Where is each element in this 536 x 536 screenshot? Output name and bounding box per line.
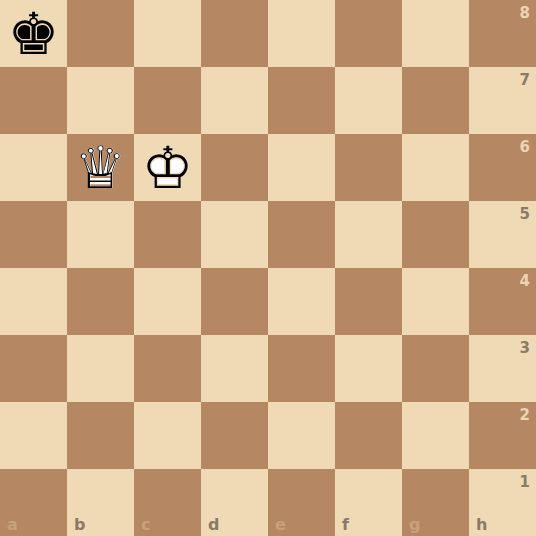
square-a2[interactable] — [0, 402, 67, 469]
white-king-outline: ♔ — [134, 134, 201, 201]
square-d7[interactable] — [201, 67, 268, 134]
rank-label-7: 7 — [520, 71, 530, 89]
square-c5[interactable] — [134, 201, 201, 268]
square-f8[interactable] — [335, 0, 402, 67]
file-label-c: c — [141, 515, 150, 534]
chess-board: ♚87♛♕♚♔65432abcdefgh1 — [0, 0, 536, 536]
square-c7[interactable] — [134, 67, 201, 134]
square-h5[interactable]: 5 — [469, 201, 536, 268]
square-h7[interactable]: 7 — [469, 67, 536, 134]
square-h4[interactable]: 4 — [469, 268, 536, 335]
square-b1[interactable]: b — [67, 469, 134, 536]
square-d4[interactable] — [201, 268, 268, 335]
square-g7[interactable] — [402, 67, 469, 134]
file-label-e: e — [275, 515, 286, 534]
white-queen-outline: ♕ — [67, 134, 134, 201]
square-d2[interactable] — [201, 402, 268, 469]
file-label-g: g — [409, 515, 420, 534]
square-e5[interactable] — [268, 201, 335, 268]
rank-label-1: 1 — [520, 473, 530, 491]
file-label-d: d — [208, 515, 219, 534]
square-h3[interactable]: 3 — [469, 335, 536, 402]
square-h1[interactable]: h1 — [469, 469, 536, 536]
square-d6[interactable] — [201, 134, 268, 201]
square-c6[interactable]: ♚♔ — [134, 134, 201, 201]
square-d8[interactable] — [201, 0, 268, 67]
square-g2[interactable] — [402, 402, 469, 469]
square-e1[interactable]: e — [268, 469, 335, 536]
rank-label-2: 2 — [520, 406, 530, 424]
piece-white-queen[interactable]: ♛♕ — [67, 134, 134, 201]
square-f3[interactable] — [335, 335, 402, 402]
square-a1[interactable]: a — [0, 469, 67, 536]
square-e6[interactable] — [268, 134, 335, 201]
square-e4[interactable] — [268, 268, 335, 335]
square-g1[interactable]: g — [402, 469, 469, 536]
square-a8[interactable]: ♚ — [0, 0, 67, 67]
piece-black-king[interactable]: ♚ — [0, 0, 67, 67]
square-a6[interactable] — [0, 134, 67, 201]
square-b5[interactable] — [67, 201, 134, 268]
square-d3[interactable] — [201, 335, 268, 402]
square-g3[interactable] — [402, 335, 469, 402]
rank-label-5: 5 — [520, 205, 530, 223]
square-c8[interactable] — [134, 0, 201, 67]
piece-white-king[interactable]: ♚♔ — [134, 134, 201, 201]
square-c3[interactable] — [134, 335, 201, 402]
square-h2[interactable]: 2 — [469, 402, 536, 469]
rank-label-6: 6 — [520, 138, 530, 156]
square-g6[interactable] — [402, 134, 469, 201]
square-b3[interactable] — [67, 335, 134, 402]
square-f5[interactable] — [335, 201, 402, 268]
rank-label-3: 3 — [520, 339, 530, 357]
file-label-h: h — [476, 515, 487, 534]
square-b8[interactable] — [67, 0, 134, 67]
square-a4[interactable] — [0, 268, 67, 335]
square-f2[interactable] — [335, 402, 402, 469]
square-b7[interactable] — [67, 67, 134, 134]
rank-label-4: 4 — [520, 272, 530, 290]
square-f7[interactable] — [335, 67, 402, 134]
square-h6[interactable]: 6 — [469, 134, 536, 201]
square-a3[interactable] — [0, 335, 67, 402]
square-e3[interactable] — [268, 335, 335, 402]
square-a5[interactable] — [0, 201, 67, 268]
square-e8[interactable] — [268, 0, 335, 67]
square-b2[interactable] — [67, 402, 134, 469]
square-h8[interactable]: 8 — [469, 0, 536, 67]
file-label-a: a — [7, 515, 18, 534]
square-e7[interactable] — [268, 67, 335, 134]
square-a7[interactable] — [0, 67, 67, 134]
square-d1[interactable]: d — [201, 469, 268, 536]
square-d5[interactable] — [201, 201, 268, 268]
square-c1[interactable]: c — [134, 469, 201, 536]
square-g5[interactable] — [402, 201, 469, 268]
rank-label-8: 8 — [520, 4, 530, 22]
file-label-b: b — [74, 515, 85, 534]
square-f1[interactable]: f — [335, 469, 402, 536]
square-c4[interactable] — [134, 268, 201, 335]
square-b6[interactable]: ♛♕ — [67, 134, 134, 201]
square-f6[interactable] — [335, 134, 402, 201]
square-e2[interactable] — [268, 402, 335, 469]
square-b4[interactable] — [67, 268, 134, 335]
square-f4[interactable] — [335, 268, 402, 335]
square-g4[interactable] — [402, 268, 469, 335]
square-c2[interactable] — [134, 402, 201, 469]
square-g8[interactable] — [402, 0, 469, 67]
file-label-f: f — [342, 515, 349, 534]
black-king-glyph: ♚ — [0, 0, 67, 67]
